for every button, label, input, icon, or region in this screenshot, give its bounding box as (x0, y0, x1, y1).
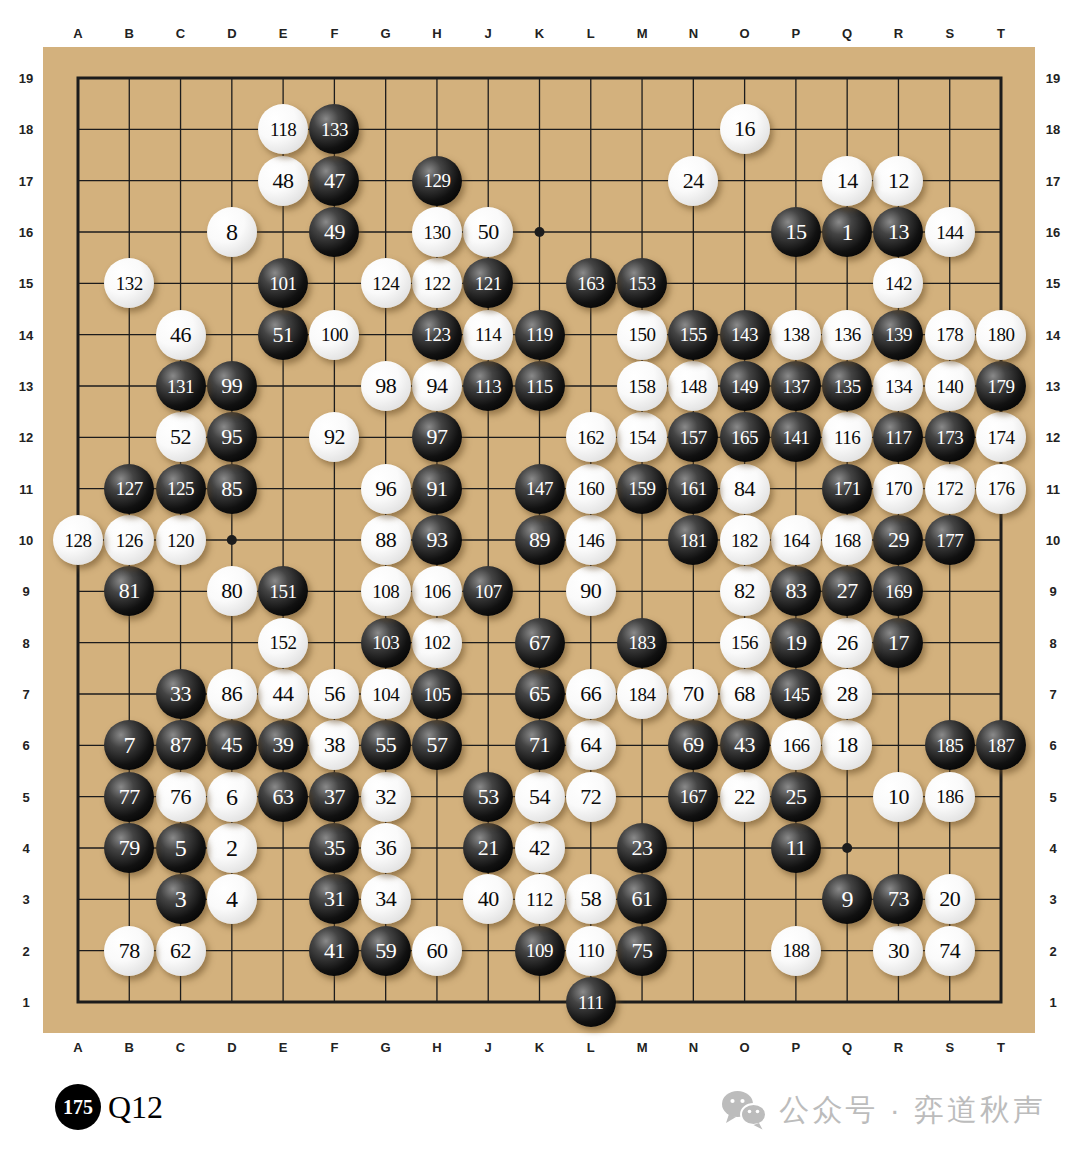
go-stone-white: 166 (771, 720, 821, 770)
go-stone-black: 105 (412, 669, 462, 719)
coordinate-label: 14 (19, 327, 33, 342)
go-stone-white: 156 (720, 618, 770, 668)
coordinate-label: 7 (22, 687, 29, 702)
go-stone-black: 89 (515, 515, 565, 565)
coordinate-label: C (176, 26, 185, 41)
coordinate-label: 4 (1049, 841, 1056, 856)
go-stone-white: 82 (720, 566, 770, 616)
go-stone-black: 135 (822, 361, 872, 411)
coordinate-label: S (945, 1040, 954, 1055)
go-stone-white: 26 (822, 618, 872, 668)
go-stone-black: 77 (104, 772, 154, 822)
coordinate-label: 5 (1049, 789, 1056, 804)
go-stone-black: 109 (515, 926, 565, 976)
go-stone-white: 44 (258, 669, 308, 719)
coordinate-label: M (637, 1040, 648, 1055)
move-footnote: 175 Q12 (55, 1084, 163, 1130)
go-stone-white: 122 (412, 258, 462, 308)
coordinate-label: F (330, 26, 338, 41)
go-stone-white: 54 (515, 772, 565, 822)
go-stone-white: 178 (925, 310, 975, 360)
go-stone-white: 114 (463, 310, 513, 360)
go-stone-white: 130 (412, 207, 462, 257)
go-stone-black: 1 (822, 207, 872, 257)
go-stone-white: 146 (566, 515, 616, 565)
go-stone-black: 41 (309, 926, 359, 976)
coordinate-label: 10 (1046, 533, 1060, 548)
coordinate-label: 13 (1046, 379, 1060, 394)
coordinate-label: 13 (19, 379, 33, 394)
go-stone-white: 52 (156, 412, 206, 462)
go-stone-white: 6 (207, 772, 257, 822)
coordinate-label: 2 (22, 943, 29, 958)
coordinate-label: D (227, 26, 236, 41)
coordinate-label: 3 (22, 892, 29, 907)
go-stone-black: 173 (925, 412, 975, 462)
coordinate-label: H (432, 1040, 441, 1055)
coordinate-label: T (997, 1040, 1005, 1055)
coordinate-label: N (689, 26, 698, 41)
coordinate-label: B (125, 26, 134, 41)
go-stone-white: 162 (566, 412, 616, 462)
coordinate-label: 18 (19, 122, 33, 137)
go-stone-white: 66 (566, 669, 616, 719)
coordinate-label: D (227, 1040, 236, 1055)
go-stone-black: 115 (515, 361, 565, 411)
go-stone-black: 21 (463, 823, 513, 873)
go-stone-white: 140 (925, 361, 975, 411)
go-stone-black: 79 (104, 823, 154, 873)
go-stone-white: 180 (976, 310, 1026, 360)
go-stone-white: 36 (361, 823, 411, 873)
go-stone-black: 57 (412, 720, 462, 770)
go-stone-white: 50 (463, 207, 513, 257)
go-stone-white: 186 (925, 772, 975, 822)
star-point (842, 843, 852, 853)
coordinate-label: P (792, 26, 801, 41)
coordinate-label: 19 (19, 71, 33, 86)
coordinate-label: M (637, 26, 648, 41)
coordinate-label: B (125, 1040, 134, 1055)
go-stone-black: 111 (566, 977, 616, 1027)
go-stone-white: 174 (976, 412, 1026, 462)
go-stone-white: 110 (566, 926, 616, 976)
coordinate-label: 6 (1049, 738, 1056, 753)
go-stone-white: 10 (873, 772, 923, 822)
go-stone-black: 181 (668, 515, 718, 565)
go-stone-white: 24 (668, 156, 718, 206)
go-stone-white: 16 (720, 104, 770, 154)
go-stone-white: 12 (873, 156, 923, 206)
go-stone-black: 19 (771, 618, 821, 668)
go-stone-black: 137 (771, 361, 821, 411)
go-stone-black: 59 (361, 926, 411, 976)
go-stone-white: 126 (104, 515, 154, 565)
go-stone-white: 60 (412, 926, 462, 976)
coordinate-label: R (894, 26, 903, 41)
go-stone-white: 8 (207, 207, 257, 257)
coordinate-label: F (330, 1040, 338, 1055)
go-stone-white: 28 (822, 669, 872, 719)
coordinate-label: 2 (1049, 943, 1056, 958)
go-stone-black: 91 (412, 464, 462, 514)
go-stone-black: 71 (515, 720, 565, 770)
go-stone-white: 4 (207, 874, 257, 924)
coordinate-label: K (535, 26, 544, 41)
coordinate-label: L (587, 26, 595, 41)
go-stone-white: 20 (925, 874, 975, 924)
go-stone-white: 158 (617, 361, 667, 411)
go-stone-black: 179 (976, 361, 1026, 411)
go-stone-white: 170 (873, 464, 923, 514)
footnote-move-number: 175 (63, 1096, 93, 1119)
go-stone-white: 70 (668, 669, 718, 719)
coordinate-label: S (945, 26, 954, 41)
go-stone-white: 74 (925, 926, 975, 976)
coordinate-label: L (587, 1040, 595, 1055)
go-stone-white: 138 (771, 310, 821, 360)
go-stone-black: 37 (309, 772, 359, 822)
go-stone-white: 128 (53, 515, 103, 565)
go-stone-white: 176 (976, 464, 1026, 514)
coordinate-label: 9 (1049, 584, 1056, 599)
go-stone-white: 182 (720, 515, 770, 565)
go-stone-black: 103 (361, 618, 411, 668)
go-stone-white: 164 (771, 515, 821, 565)
coordinate-label: R (894, 1040, 903, 1055)
go-stone-black: 113 (463, 361, 513, 411)
go-stone-white: 124 (361, 258, 411, 308)
coordinate-label: 10 (19, 533, 33, 548)
coordinate-label: E (279, 1040, 288, 1055)
coordinate-label: C (176, 1040, 185, 1055)
go-stone-black: 131 (156, 361, 206, 411)
go-stone-black: 177 (925, 515, 975, 565)
watermark-text: 公众号 · 弈道秋声 (779, 1090, 1046, 1131)
go-stone-black: 155 (668, 310, 718, 360)
coordinate-label: 8 (22, 635, 29, 650)
go-stone-white: 72 (566, 772, 616, 822)
go-stone-white: 42 (515, 823, 565, 873)
go-stone-black: 23 (617, 823, 667, 873)
go-stone-black: 119 (515, 310, 565, 360)
coordinate-label: A (73, 26, 82, 41)
go-stone-white: 90 (566, 566, 616, 616)
go-stone-white: 86 (207, 669, 257, 719)
coordinate-label: 4 (22, 841, 29, 856)
go-stone-black: 167 (668, 772, 718, 822)
coordinate-label: 9 (22, 584, 29, 599)
go-stone-black: 55 (361, 720, 411, 770)
coordinate-label: 16 (19, 225, 33, 240)
go-stone-white: 64 (566, 720, 616, 770)
go-stone-black: 93 (412, 515, 462, 565)
go-stone-white: 84 (720, 464, 770, 514)
go-stone-black: 17 (873, 618, 923, 668)
go-stone-black: 99 (207, 361, 257, 411)
go-stone-black: 83 (771, 566, 821, 616)
go-stone-black: 53 (463, 772, 513, 822)
coordinate-label: 3 (1049, 892, 1056, 907)
watermark: 公众号 · 弈道秋声 (721, 1088, 1046, 1132)
coordinate-label: 12 (1046, 430, 1060, 445)
go-stone-white: 108 (361, 566, 411, 616)
coordinate-label: 5 (22, 789, 29, 804)
go-stone-black: 143 (720, 310, 770, 360)
coordinate-label: 1 (22, 995, 29, 1010)
go-stone-white: 136 (822, 310, 872, 360)
coordinate-label: 14 (1046, 327, 1060, 342)
go-stone-white: 46 (156, 310, 206, 360)
coordinate-label: 15 (19, 276, 33, 291)
coordinate-label: N (689, 1040, 698, 1055)
go-stone-white: 96 (361, 464, 411, 514)
coordinate-label: E (279, 26, 288, 41)
go-stone-white: 68 (720, 669, 770, 719)
star-point (227, 535, 237, 545)
go-stone-black: 3 (156, 874, 206, 924)
go-stone-black: 97 (412, 412, 462, 462)
coordinate-label: G (381, 26, 391, 41)
go-stone-white: 88 (361, 515, 411, 565)
coordinate-label: O (740, 1040, 750, 1055)
go-stone-white: 14 (822, 156, 872, 206)
go-stone-white: 168 (822, 515, 872, 565)
go-stone-white: 22 (720, 772, 770, 822)
go-stone-black: 47 (309, 156, 359, 206)
go-stone-black: 33 (156, 669, 206, 719)
coordinate-label: 6 (22, 738, 29, 753)
go-stone-black: 161 (668, 464, 718, 514)
go-stone-white: 112 (515, 874, 565, 924)
go-stone-black: 145 (771, 669, 821, 719)
go-stone-white: 30 (873, 926, 923, 976)
go-stone-black: 25 (771, 772, 821, 822)
go-stone-white: 188 (771, 926, 821, 976)
go-stone-white: 80 (207, 566, 257, 616)
go-stone-black: 45 (207, 720, 257, 770)
coordinate-label: O (740, 26, 750, 41)
go-stone-white: 62 (156, 926, 206, 976)
coordinate-label: J (485, 1040, 492, 1055)
coordinate-label: G (381, 1040, 391, 1055)
coordinate-label: A (73, 1040, 82, 1055)
go-stone-black: 127 (104, 464, 154, 514)
go-stone-white: 144 (925, 207, 975, 257)
go-stone-white: 78 (104, 926, 154, 976)
go-stone-black: 171 (822, 464, 872, 514)
go-stone-black: 147 (515, 464, 565, 514)
coordinate-label: 7 (1049, 687, 1056, 702)
coordinate-label: 8 (1049, 635, 1056, 650)
go-stone-black: 139 (873, 310, 923, 360)
go-stone-black: 187 (976, 720, 1026, 770)
coordinate-label: 17 (19, 173, 33, 188)
go-stone-black: 165 (720, 412, 770, 462)
go-stone-black: 149 (720, 361, 770, 411)
coordinate-label: 12 (19, 430, 33, 445)
go-stone-white: 102 (412, 618, 462, 668)
go-stone-white: 48 (258, 156, 308, 206)
go-stone-black: 43 (720, 720, 770, 770)
go-stone-white: 98 (361, 361, 411, 411)
go-stone-black: 123 (412, 310, 462, 360)
coordinate-label: H (432, 26, 441, 41)
go-stone-white: 32 (361, 772, 411, 822)
go-stone-white: 148 (668, 361, 718, 411)
coordinate-label: 11 (1046, 481, 1060, 496)
go-stone-black: 95 (207, 412, 257, 462)
go-stone-white: 120 (156, 515, 206, 565)
go-stone-white: 106 (412, 566, 462, 616)
footnote-point-label: Q12 (108, 1089, 163, 1126)
go-stone-white: 152 (258, 618, 308, 668)
go-stone-white: 100 (309, 310, 359, 360)
coordinate-label: T (997, 26, 1005, 41)
go-stone-black: 87 (156, 720, 206, 770)
coordinate-label: K (535, 1040, 544, 1055)
go-stone-black: 11 (771, 823, 821, 873)
coordinate-label: 1 (1049, 995, 1056, 1010)
go-stone-black: 65 (515, 669, 565, 719)
go-stone-black: 63 (258, 772, 308, 822)
coordinate-label: Q (842, 26, 852, 41)
go-stone-white: 150 (617, 310, 667, 360)
go-stone-white: 160 (566, 464, 616, 514)
go-stone-black: 129 (412, 156, 462, 206)
star-point (535, 227, 545, 237)
coordinate-label: 19 (1046, 71, 1060, 86)
coordinate-label: Q (842, 1040, 852, 1055)
go-stone-black: 51 (258, 310, 308, 360)
go-stone-white: 94 (412, 361, 462, 411)
go-stone-black: 185 (925, 720, 975, 770)
go-stone-white: 184 (617, 669, 667, 719)
go-stone-black: 141 (771, 412, 821, 462)
coordinate-label: 17 (1046, 173, 1060, 188)
go-stone-black: 67 (515, 618, 565, 668)
go-stone-black: 125 (156, 464, 206, 514)
coordinate-label: J (485, 26, 492, 41)
go-stone-black: 85 (207, 464, 257, 514)
go-stone-black: 5 (156, 823, 206, 873)
go-stone-white: 172 (925, 464, 975, 514)
go-stone-black: 75 (617, 926, 667, 976)
go-stone-black: 163 (566, 258, 616, 308)
go-stone-white: 76 (156, 772, 206, 822)
coordinate-label: 16 (1046, 225, 1060, 240)
go-stone-black: 159 (617, 464, 667, 514)
go-diagram: AABBCCDDEEFFGGHHJJKKLLMMNNOOPPQQRRSSTT19… (0, 0, 1080, 1156)
coordinate-label: P (792, 1040, 801, 1055)
go-stone-black: 15 (771, 207, 821, 257)
go-stone-white: 104 (361, 669, 411, 719)
wechat-icon (721, 1090, 767, 1130)
go-stone-white: 34 (361, 874, 411, 924)
go-stone-black: 183 (617, 618, 667, 668)
coordinate-label: 15 (1046, 276, 1060, 291)
footnote-stone-black: 175 (55, 1084, 101, 1130)
go-stone-white: 58 (566, 874, 616, 924)
coordinate-label: 18 (1046, 122, 1060, 137)
coordinate-label: 11 (19, 481, 33, 496)
go-stone-white: 2 (207, 823, 257, 873)
